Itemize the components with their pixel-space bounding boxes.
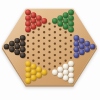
hole[interactable] (48, 40, 50, 42)
peg-red[interactable] (41, 18, 47, 24)
hole[interactable] (38, 40, 40, 42)
hole[interactable] (48, 45, 50, 47)
peg-red[interactable] (25, 21, 31, 27)
peg-black[interactable] (20, 52, 26, 58)
peg-yellow[interactable] (31, 64, 37, 70)
peg-black[interactable] (14, 38, 20, 44)
hole[interactable] (43, 25, 45, 27)
hole[interactable] (32, 54, 34, 56)
peg-green[interactable] (68, 27, 74, 33)
hole[interactable] (70, 57, 72, 59)
peg-red[interactable] (36, 21, 42, 27)
hole[interactable] (38, 34, 40, 36)
peg-blue[interactable] (84, 41, 90, 47)
peg-yellow[interactable] (31, 69, 37, 75)
hole[interactable] (70, 40, 72, 42)
peg-blue[interactable] (79, 38, 85, 44)
peg-green[interactable] (63, 24, 69, 30)
peg-black[interactable] (9, 47, 15, 53)
peg-green[interactable] (63, 18, 69, 24)
hole[interactable] (32, 60, 34, 62)
hole[interactable] (43, 31, 45, 33)
peg-white[interactable] (52, 69, 58, 75)
hole[interactable] (59, 51, 61, 53)
peg-yellow[interactable] (25, 61, 31, 67)
peg-red[interactable] (31, 24, 37, 30)
hole[interactable] (32, 37, 34, 39)
hole[interactable] (43, 60, 45, 62)
hole[interactable] (70, 45, 72, 47)
hole[interactable] (54, 31, 56, 33)
peg-yellow[interactable] (25, 72, 31, 78)
peg-white[interactable] (68, 78, 74, 84)
peg-blue[interactable] (79, 49, 85, 55)
hole[interactable] (59, 40, 61, 42)
hole[interactable] (32, 31, 34, 33)
hole[interactable] (54, 48, 56, 50)
hole[interactable] (54, 43, 56, 45)
hole[interactable] (48, 23, 50, 25)
hole[interactable] (27, 57, 29, 59)
hole[interactable] (59, 45, 61, 47)
hole[interactable] (70, 51, 72, 53)
peg-yellow[interactable] (25, 66, 31, 72)
hole[interactable] (64, 60, 66, 62)
hole[interactable] (48, 28, 50, 30)
hole[interactable] (48, 34, 50, 36)
hole[interactable] (38, 45, 40, 47)
hole[interactable] (64, 43, 66, 45)
peg-white[interactable] (63, 64, 69, 70)
peg-blue[interactable] (90, 44, 96, 50)
peg-yellow[interactable] (31, 75, 37, 81)
peg-green[interactable] (68, 15, 74, 21)
hole[interactable] (32, 43, 34, 45)
hole[interactable] (59, 62, 61, 64)
peg-black[interactable] (4, 44, 10, 50)
peg-white[interactable] (63, 75, 69, 81)
peg-blue[interactable] (74, 35, 80, 41)
peg-black[interactable] (20, 41, 26, 47)
hole[interactable] (48, 62, 50, 64)
hole[interactable] (27, 51, 29, 53)
hole[interactable] (54, 54, 56, 56)
hole[interactable] (43, 37, 45, 39)
hole[interactable] (59, 28, 61, 30)
hole[interactable] (38, 28, 40, 30)
peg-red[interactable] (36, 15, 42, 21)
peg-yellow[interactable] (36, 72, 42, 78)
hole[interactable] (27, 45, 29, 47)
hole[interactable] (43, 43, 45, 45)
hole[interactable] (43, 48, 45, 50)
hole[interactable] (43, 65, 45, 67)
peg-black[interactable] (20, 47, 26, 53)
peg-white[interactable] (63, 69, 69, 75)
hole[interactable] (48, 57, 50, 59)
peg-white[interactable] (57, 72, 63, 78)
peg-white[interactable] (68, 66, 74, 72)
peg-red[interactable] (25, 27, 31, 33)
hole[interactable] (54, 60, 56, 62)
hole[interactable] (43, 54, 45, 56)
hole[interactable] (48, 68, 50, 70)
hole[interactable] (64, 48, 66, 50)
hole[interactable] (64, 54, 66, 56)
hole[interactable] (27, 40, 29, 42)
hole[interactable] (38, 57, 40, 59)
hole[interactable] (54, 65, 56, 67)
peg-black[interactable] (14, 49, 20, 55)
hole[interactable] (59, 57, 61, 59)
hole[interactable] (64, 31, 66, 33)
hole[interactable] (54, 37, 56, 39)
peg-white[interactable] (57, 66, 63, 72)
peg-black[interactable] (14, 44, 20, 50)
peg-blue[interactable] (74, 47, 80, 53)
hole[interactable] (64, 37, 66, 39)
peg-green[interactable] (52, 18, 58, 24)
hole[interactable] (38, 62, 40, 64)
peg-green[interactable] (68, 21, 74, 27)
peg-red[interactable] (25, 15, 31, 21)
peg-black[interactable] (20, 35, 26, 41)
hole[interactable] (54, 25, 56, 27)
peg-green[interactable] (57, 21, 63, 27)
peg-green[interactable] (63, 12, 69, 18)
peg-yellow[interactable] (41, 69, 47, 75)
peg-yellow[interactable] (36, 66, 42, 72)
peg-blue[interactable] (79, 44, 85, 50)
board-photo (0, 0, 100, 100)
peg-white[interactable] (68, 61, 74, 67)
peg-blue[interactable] (74, 41, 80, 47)
hole[interactable] (27, 34, 29, 36)
chinese-checkers-board (0, 0, 100, 100)
hole[interactable] (59, 34, 61, 36)
peg-blue[interactable] (74, 52, 80, 58)
peg-green[interactable] (57, 15, 63, 21)
peg-red[interactable] (31, 12, 37, 18)
peg-green[interactable] (68, 9, 74, 15)
hole[interactable] (38, 51, 40, 53)
hole[interactable] (48, 51, 50, 53)
peg-red[interactable] (25, 9, 31, 15)
hole[interactable] (32, 48, 34, 50)
hole[interactable] (70, 34, 72, 36)
peg-yellow[interactable] (25, 78, 31, 84)
peg-blue[interactable] (84, 47, 90, 53)
peg-black[interactable] (9, 41, 15, 47)
peg-white[interactable] (68, 72, 74, 78)
peg-red[interactable] (31, 18, 37, 24)
